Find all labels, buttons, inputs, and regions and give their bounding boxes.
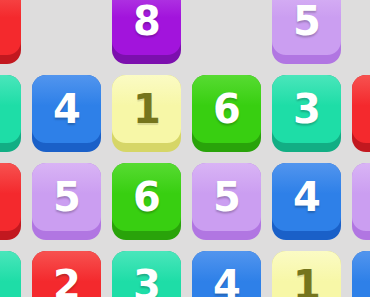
tile-number: 8	[133, 1, 160, 41]
tile-3-r1c4[interactable]: 3	[272, 75, 341, 152]
tile-number: 4	[53, 89, 80, 129]
tile-number: 3	[133, 265, 160, 297]
tile-face: 3	[0, 75, 21, 143]
tile-number: 1	[133, 89, 160, 129]
tile-number: 6	[133, 177, 160, 217]
tile-5-r2c1[interactable]: 5	[32, 163, 101, 240]
tile-face: 8	[112, 0, 181, 55]
tile-6-r2c2[interactable]: 6	[112, 163, 181, 240]
tile-4-r2c4[interactable]: 4	[272, 163, 341, 240]
tile-face: 6	[192, 75, 261, 143]
tile-1-r3c4[interactable]: 1	[272, 251, 341, 297]
game-board: 285341632256545323414	[0, 0, 370, 297]
tile-face: 6	[112, 163, 181, 231]
tile-face: 4	[352, 251, 370, 297]
tile-number: 3	[293, 89, 320, 129]
tile-2-r2c0[interactable]: 2	[0, 163, 21, 240]
tile-number: 4	[213, 265, 240, 297]
tile-face: 1	[112, 75, 181, 143]
tile-face: 4	[192, 251, 261, 297]
tile-face: 3	[272, 75, 341, 143]
tile-4-r3c3[interactable]: 4	[192, 251, 261, 297]
tile-2-r1c5[interactable]: 2	[352, 75, 370, 152]
tile-3-r3c0[interactable]: 3	[0, 251, 21, 297]
tile-4-r3c5[interactable]: 4	[352, 251, 370, 297]
tile-number: 6	[213, 89, 240, 129]
tile-2-r3c1[interactable]: 2	[32, 251, 101, 297]
tile-face: 2	[0, 163, 21, 231]
tile-number: 4	[293, 177, 320, 217]
tile-6-r1c3[interactable]: 6	[192, 75, 261, 152]
tile-number: 1	[293, 265, 320, 297]
tile-face: 3	[112, 251, 181, 297]
tile-face: 4	[32, 75, 101, 143]
tile-face: 1	[272, 251, 341, 297]
tile-face: 5	[352, 163, 370, 231]
tile-5-r2c3[interactable]: 5	[192, 163, 261, 240]
tile-number: 5	[293, 1, 320, 41]
tile-8-r0c2[interactable]: 8	[112, 0, 181, 64]
tile-face: 2	[0, 0, 21, 55]
tile-face: 4	[272, 163, 341, 231]
tile-number: 2	[53, 265, 80, 297]
tile-number: 5	[213, 177, 240, 217]
tile-3-r1c0[interactable]: 3	[0, 75, 21, 152]
tile-5-r2c5[interactable]: 5	[352, 163, 370, 240]
tile-4-r1c1[interactable]: 4	[32, 75, 101, 152]
tile-face: 5	[272, 0, 341, 55]
tile-face: 5	[192, 163, 261, 231]
tile-3-r3c2[interactable]: 3	[112, 251, 181, 297]
tile-face: 5	[32, 163, 101, 231]
tile-1-r1c2[interactable]: 1	[112, 75, 181, 152]
tile-2-r0c0[interactable]: 2	[0, 0, 21, 64]
tile-5-r0c4[interactable]: 5	[272, 0, 341, 64]
tile-face: 3	[0, 251, 21, 297]
tile-face: 2	[352, 75, 370, 143]
tile-face: 2	[32, 251, 101, 297]
tile-number: 5	[53, 177, 80, 217]
